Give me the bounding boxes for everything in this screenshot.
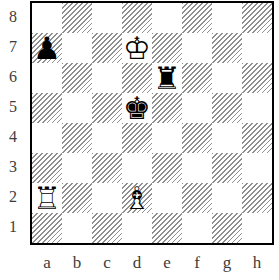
square-g7[interactable] [212, 33, 242, 63]
rank-label-6: 6 [0, 62, 26, 92]
square-f8[interactable] [182, 3, 212, 33]
square-c5[interactable] [92, 93, 122, 123]
square-h5[interactable] [242, 93, 272, 123]
square-g2[interactable] [212, 183, 242, 213]
file-label-e: e [152, 251, 182, 275]
square-f7[interactable] [182, 33, 212, 63]
square-f2[interactable] [182, 183, 212, 213]
square-b2[interactable] [62, 183, 92, 213]
square-e7[interactable] [152, 33, 182, 63]
rank-label-2: 2 [0, 182, 26, 212]
square-c1[interactable] [92, 213, 122, 243]
square-g5[interactable] [212, 93, 242, 123]
square-b7[interactable] [62, 33, 92, 63]
square-a2[interactable]: ♜♖ [32, 183, 62, 213]
square-f4[interactable] [182, 123, 212, 153]
square-c8[interactable] [92, 3, 122, 33]
square-h6[interactable] [242, 63, 272, 93]
square-c4[interactable] [92, 123, 122, 153]
square-e4[interactable] [152, 123, 182, 153]
square-f5[interactable] [182, 93, 212, 123]
white-rook[interactable]: ♖ [32, 183, 62, 213]
square-f3[interactable] [182, 153, 212, 183]
file-label-f: f [182, 251, 212, 275]
black-king[interactable]: ♚ [122, 93, 152, 123]
square-c2[interactable] [92, 183, 122, 213]
rank-labels: 87654321 [0, 2, 26, 242]
square-d7[interactable]: ♚♔ [122, 33, 152, 63]
square-b6[interactable] [62, 63, 92, 93]
square-a8[interactable] [32, 3, 62, 33]
square-e1[interactable] [152, 213, 182, 243]
square-b8[interactable] [62, 3, 92, 33]
white-king[interactable]: ♔ [122, 33, 152, 63]
square-a5[interactable] [32, 93, 62, 123]
square-d3[interactable] [122, 153, 152, 183]
square-g3[interactable] [212, 153, 242, 183]
file-label-a: a [32, 251, 62, 275]
rank-label-3: 3 [0, 152, 26, 182]
square-c6[interactable] [92, 63, 122, 93]
square-g1[interactable] [212, 213, 242, 243]
square-d8[interactable] [122, 3, 152, 33]
square-c7[interactable] [92, 33, 122, 63]
board-grid: ♟♚♔♜♚♜♖♝♗ [32, 3, 272, 243]
black-pawn[interactable]: ♟ [32, 33, 62, 63]
square-a3[interactable] [32, 153, 62, 183]
square-d6[interactable] [122, 63, 152, 93]
rank-label-4: 4 [0, 122, 26, 152]
square-g8[interactable] [212, 3, 242, 33]
file-label-d: d [122, 251, 152, 275]
chess-diagram: 87654321 ♟♚♔♜♚♜♖♝♗ abcdefgh [0, 0, 279, 280]
square-h7[interactable] [242, 33, 272, 63]
rank-label-8: 8 [0, 2, 26, 32]
square-h8[interactable] [242, 3, 272, 33]
square-d1[interactable] [122, 213, 152, 243]
square-d4[interactable] [122, 123, 152, 153]
file-label-h: h [242, 251, 272, 275]
rank-label-7: 7 [0, 32, 26, 62]
file-labels: abcdefgh [32, 251, 272, 275]
square-d5[interactable]: ♚ [122, 93, 152, 123]
square-f6[interactable] [182, 63, 212, 93]
rank-label-5: 5 [0, 92, 26, 122]
square-e6[interactable]: ♜ [152, 63, 182, 93]
square-d2[interactable]: ♝♗ [122, 183, 152, 213]
square-a1[interactable] [32, 213, 62, 243]
file-label-b: b [62, 251, 92, 275]
square-h3[interactable] [242, 153, 272, 183]
white-bishop[interactable]: ♗ [122, 183, 152, 213]
file-label-c: c [92, 251, 122, 275]
square-h4[interactable] [242, 123, 272, 153]
chess-board: ♟♚♔♜♚♜♖♝♗ [30, 1, 274, 245]
square-e2[interactable] [152, 183, 182, 213]
square-e3[interactable] [152, 153, 182, 183]
square-g4[interactable] [212, 123, 242, 153]
square-b1[interactable] [62, 213, 92, 243]
square-a4[interactable] [32, 123, 62, 153]
square-f1[interactable] [182, 213, 212, 243]
square-b3[interactable] [62, 153, 92, 183]
square-e5[interactable] [152, 93, 182, 123]
square-a6[interactable] [32, 63, 62, 93]
square-g6[interactable] [212, 63, 242, 93]
square-h1[interactable] [242, 213, 272, 243]
square-b5[interactable] [62, 93, 92, 123]
square-a7[interactable]: ♟ [32, 33, 62, 63]
file-label-g: g [212, 251, 242, 275]
square-b4[interactable] [62, 123, 92, 153]
rank-label-1: 1 [0, 212, 26, 242]
black-rook[interactable]: ♜ [152, 63, 182, 93]
square-c3[interactable] [92, 153, 122, 183]
square-h2[interactable] [242, 183, 272, 213]
square-e8[interactable] [152, 3, 182, 33]
